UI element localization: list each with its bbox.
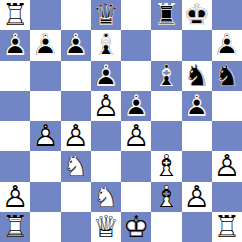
square-e5[interactable]: ♟♙ (121, 91, 151, 121)
black-queen[interactable]: ♛♕ (91, 0, 121, 30)
square-h8[interactable] (212, 0, 242, 30)
white-rook[interactable]: ♜♖ (0, 0, 30, 30)
black-knight-outline-glyph: ♘ (182, 61, 212, 91)
black-pawn[interactable]: ♟♙ (30, 30, 60, 60)
square-a5[interactable] (0, 91, 30, 121)
square-d7[interactable]: ♝♗ (91, 30, 121, 60)
black-bishop[interactable]: ♝♗ (151, 61, 181, 91)
square-e7[interactable] (121, 30, 151, 60)
black-pawn-outline-glyph: ♙ (0, 30, 30, 60)
square-a2[interactable]: ♟♙ (0, 182, 30, 212)
square-g4[interactable] (182, 121, 212, 151)
square-e8[interactable] (121, 0, 151, 30)
square-b8[interactable] (30, 0, 60, 30)
black-knight-outline-glyph: ♘ (212, 61, 242, 91)
square-c6[interactable] (61, 61, 91, 91)
square-g8[interactable]: ♚♔ (182, 0, 212, 30)
white-pawn[interactable]: ♟♙ (182, 182, 212, 212)
square-h1[interactable]: ♜♖ (212, 212, 242, 242)
square-d2[interactable]: ♞♘ (91, 182, 121, 212)
white-knight[interactable]: ♞♘ (91, 182, 121, 212)
black-bishop[interactable]: ♝♗ (91, 30, 121, 60)
white-pawn[interactable]: ♟♙ (121, 121, 151, 151)
white-pawn[interactable]: ♟♙ (212, 151, 242, 181)
black-bishop-outline-glyph: ♗ (151, 61, 181, 91)
black-queen-outline-glyph: ♕ (91, 0, 121, 30)
white-knight[interactable]: ♞♘ (61, 151, 91, 181)
black-pawn-outline-glyph: ♙ (91, 61, 121, 91)
square-e4[interactable]: ♟♙ (121, 121, 151, 151)
black-bishop-outline-glyph: ♗ (91, 30, 121, 60)
square-a3[interactable] (0, 151, 30, 181)
black-pawn[interactable]: ♟♙ (121, 91, 151, 121)
square-c5[interactable] (61, 91, 91, 121)
square-d4[interactable] (91, 121, 121, 151)
square-f2[interactable]: ♝♗ (151, 182, 181, 212)
white-pawn-outline-glyph: ♙ (121, 121, 151, 151)
square-b2[interactable] (30, 182, 60, 212)
square-e1[interactable]: ♚♔ (121, 212, 151, 242)
white-pawn-outline-glyph: ♙ (30, 121, 60, 151)
square-f7[interactable] (151, 30, 181, 60)
white-bishop-outline-glyph: ♗ (151, 151, 181, 181)
square-g1[interactable] (182, 212, 212, 242)
square-h7[interactable]: ♟♙ (212, 30, 242, 60)
white-bishop[interactable]: ♝♗ (151, 151, 181, 181)
square-a4[interactable] (0, 121, 30, 151)
white-pawn-outline-glyph: ♙ (0, 182, 30, 212)
square-c2[interactable] (61, 182, 91, 212)
square-f1[interactable] (151, 212, 181, 242)
square-e3[interactable] (121, 151, 151, 181)
white-knight-outline-glyph: ♘ (61, 151, 91, 181)
black-rook-outline-glyph: ♖ (151, 0, 181, 30)
white-rook-outline-glyph: ♖ (212, 212, 242, 242)
white-pawn-outline-glyph: ♙ (182, 182, 212, 212)
white-pawn[interactable]: ♟♙ (61, 121, 91, 151)
white-bishop-outline-glyph: ♗ (151, 182, 181, 212)
square-f4[interactable] (151, 121, 181, 151)
square-h6[interactable]: ♞♘ (212, 61, 242, 91)
square-h3[interactable]: ♟♙ (212, 151, 242, 181)
black-pawn-outline-glyph: ♙ (121, 91, 151, 121)
white-bishop[interactable]: ♝♗ (151, 182, 181, 212)
square-c3[interactable]: ♞♘ (61, 151, 91, 181)
black-rook[interactable]: ♜♖ (151, 0, 181, 30)
square-d6[interactable]: ♟♙ (91, 61, 121, 91)
white-pawn-outline-glyph: ♙ (61, 121, 91, 151)
white-knight-outline-glyph: ♘ (91, 182, 121, 212)
white-pawn[interactable]: ♟♙ (91, 91, 121, 121)
white-rook[interactable]: ♜♖ (212, 212, 242, 242)
black-pawn-outline-glyph: ♙ (182, 91, 212, 121)
square-f8[interactable]: ♜♖ (151, 0, 181, 30)
black-king[interactable]: ♚♔ (182, 0, 212, 30)
square-a1[interactable]: ♜♖ (0, 212, 30, 242)
square-a8[interactable]: ♜♖ (0, 0, 30, 30)
square-e2[interactable] (121, 182, 151, 212)
white-king-outline-glyph: ♔ (121, 212, 151, 242)
chess-board: ♜♖♛♕♜♖♚♔♟♙♟♙♟♙♝♗♟♙♟♙♝♗♞♘♞♘♟♙♟♙♟♙♟♙♟♙♟♙♞♘… (0, 0, 242, 242)
square-f5[interactable] (151, 91, 181, 121)
square-f6[interactable]: ♝♗ (151, 61, 181, 91)
white-pawn[interactable]: ♟♙ (30, 121, 60, 151)
square-g7[interactable] (182, 30, 212, 60)
black-pawn[interactable]: ♟♙ (0, 30, 30, 60)
square-h2[interactable] (212, 182, 242, 212)
square-a7[interactable]: ♟♙ (0, 30, 30, 60)
square-c7[interactable]: ♟♙ (61, 30, 91, 60)
square-g6[interactable]: ♞♘ (182, 61, 212, 91)
square-b7[interactable]: ♟♙ (30, 30, 60, 60)
square-c1[interactable] (61, 212, 91, 242)
white-pawn-outline-glyph: ♙ (91, 91, 121, 121)
black-knight[interactable]: ♞♘ (182, 61, 212, 91)
black-pawn[interactable]: ♟♙ (61, 30, 91, 60)
white-rook-outline-glyph: ♖ (0, 0, 30, 30)
white-queen[interactable]: ♛♕ (91, 212, 121, 242)
square-h4[interactable] (212, 121, 242, 151)
square-d3[interactable] (91, 151, 121, 181)
square-d8[interactable]: ♛♕ (91, 0, 121, 30)
black-knight[interactable]: ♞♘ (212, 61, 242, 91)
black-pawn-outline-glyph: ♙ (212, 30, 242, 60)
black-pawn-outline-glyph: ♙ (30, 30, 60, 60)
black-pawn[interactable]: ♟♙ (212, 30, 242, 60)
square-d5[interactable]: ♟♙ (91, 91, 121, 121)
white-pawn-outline-glyph: ♙ (212, 151, 242, 181)
square-b6[interactable] (30, 61, 60, 91)
white-queen-outline-glyph: ♕ (91, 212, 121, 242)
square-b1[interactable] (30, 212, 60, 242)
square-h5[interactable] (212, 91, 242, 121)
square-c8[interactable] (61, 0, 91, 30)
square-g5[interactable]: ♟♙ (182, 91, 212, 121)
black-pawn[interactable]: ♟♙ (182, 91, 212, 121)
white-king[interactable]: ♚♔ (121, 212, 151, 242)
black-king-outline-glyph: ♔ (182, 0, 212, 30)
white-rook-outline-glyph: ♖ (0, 212, 30, 242)
square-f3[interactable]: ♝♗ (151, 151, 181, 181)
square-a6[interactable] (0, 61, 30, 91)
white-pawn[interactable]: ♟♙ (0, 182, 30, 212)
white-rook[interactable]: ♜♖ (0, 212, 30, 242)
black-pawn[interactable]: ♟♙ (91, 61, 121, 91)
black-pawn-outline-glyph: ♙ (61, 30, 91, 60)
square-g3[interactable] (182, 151, 212, 181)
square-d1[interactable]: ♛♕ (91, 212, 121, 242)
square-b3[interactable] (30, 151, 60, 181)
square-b5[interactable] (30, 91, 60, 121)
square-b4[interactable]: ♟♙ (30, 121, 60, 151)
square-c4[interactable]: ♟♙ (61, 121, 91, 151)
square-e6[interactable] (121, 61, 151, 91)
square-g2[interactable]: ♟♙ (182, 182, 212, 212)
